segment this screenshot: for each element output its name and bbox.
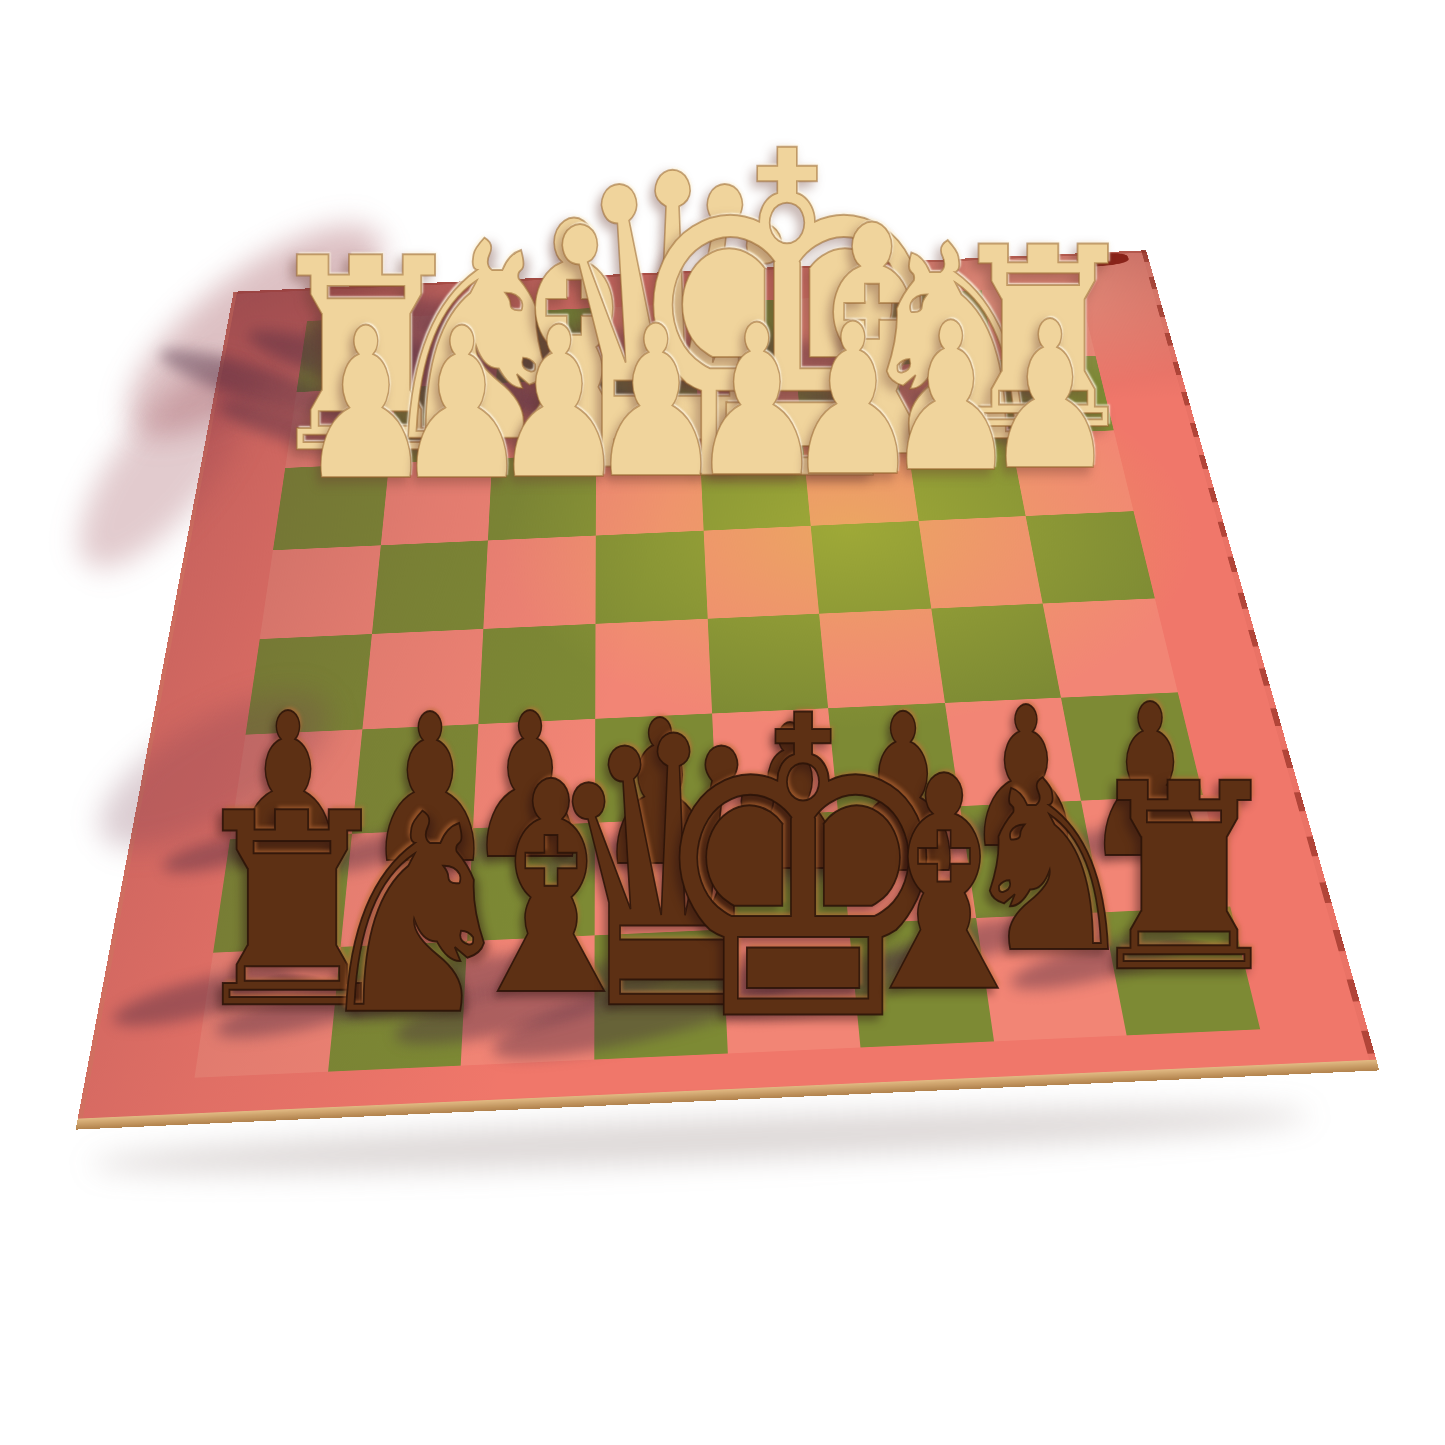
piece-light-pawn-8[interactable]: ♟	[984, 295, 1116, 499]
square[interactable]	[372, 540, 488, 633]
piece-dark-rook-2[interactable]: ♜	[1078, 750, 1291, 1008]
square[interactable]	[1026, 511, 1155, 603]
photo-of-chess-set: chess ♜♞♝♛♚♝♞♜♟♟♟♟♟♟♟♟♟♟♟♟♟♟♟♟♜♞♝♛♚♝♞♜	[0, 0, 1445, 1445]
square[interactable]	[260, 545, 381, 638]
